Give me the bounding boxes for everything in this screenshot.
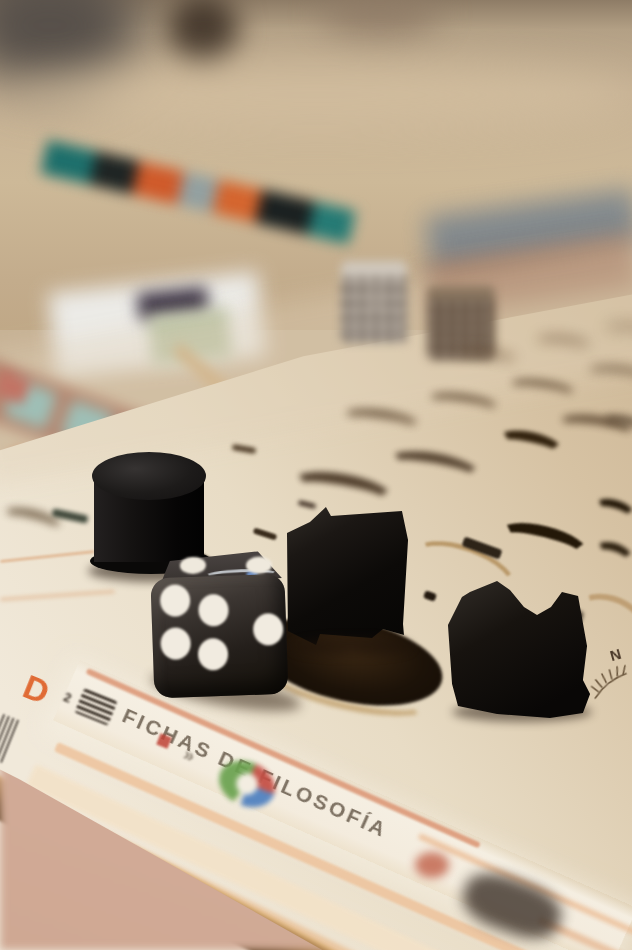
photo-scene: FICHAS DE FILOSOFÍA D 2 » N	[0, 0, 632, 950]
cylinder-top	[92, 452, 206, 500]
book-token-shadow	[292, 638, 412, 656]
die-pip	[246, 556, 273, 574]
die-pip	[198, 638, 229, 671]
die-pip	[160, 584, 191, 617]
die-pip	[180, 556, 207, 574]
margin-stripe	[0, 550, 95, 563]
die-pip	[253, 613, 284, 646]
etched-laurel-icon	[582, 643, 632, 705]
margin-stripe	[0, 590, 115, 601]
die-pips	[147, 548, 294, 701]
red-symbol-blur	[415, 852, 449, 878]
die-pip	[160, 627, 191, 660]
die-pip	[198, 594, 229, 627]
black-translucent-die[interactable]	[147, 548, 294, 701]
